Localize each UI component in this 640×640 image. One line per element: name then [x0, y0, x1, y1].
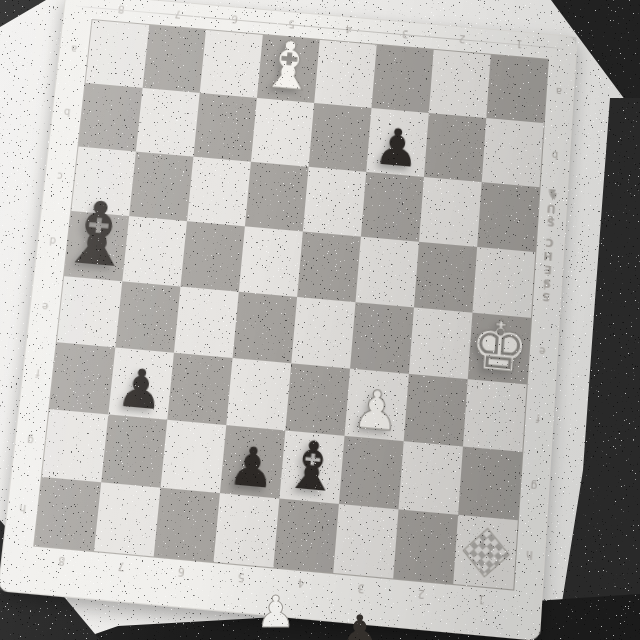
square-a1 [486, 55, 548, 123]
brand-text-container: USCHESS [541, 201, 557, 303]
square-f2 [404, 374, 468, 447]
offboard-black-pawn: ♟ [341, 610, 379, 640]
square-d4 [297, 231, 361, 302]
square-c2 [419, 177, 482, 247]
rank-label-5: 5 [211, 568, 272, 586]
square-e4 [291, 297, 355, 369]
square-e3 [350, 302, 414, 374]
black-bishop-d8: ♝ [55, 188, 141, 282]
square-f8 [49, 342, 115, 414]
square-b7 [136, 88, 200, 157]
square-f3: ♟ [345, 369, 409, 442]
square-b5 [251, 98, 314, 167]
square-g5: ♟ [220, 425, 285, 498]
square-b8 [78, 83, 142, 152]
chess-board-grid: ♝♟♝♚♟♟♟♝ [33, 19, 549, 591]
square-g8 [42, 409, 108, 482]
square-d3 [356, 237, 419, 308]
square-e1: ♚ [468, 313, 531, 385]
brand-char: E [542, 262, 552, 276]
black-pawn-f7: ♟ [115, 361, 167, 418]
square-h3 [333, 504, 398, 579]
square-c3 [361, 172, 424, 242]
square-a5: ♝ [257, 35, 320, 103]
square-g4: ♝ [279, 430, 344, 503]
square-a6 [200, 30, 263, 98]
square-e5 [233, 292, 298, 364]
square-h6 [154, 488, 220, 562]
square-h4 [273, 499, 339, 573]
offboard-white-pawn: ♟ [256, 590, 295, 634]
rank-label-2: 2 [391, 585, 452, 603]
square-b6 [193, 93, 257, 162]
black-bishop-g4: ♝ [280, 431, 344, 503]
square-d8: ♝ [64, 211, 129, 281]
square-c5 [245, 162, 309, 232]
checkered-diamond-logo [462, 527, 510, 577]
square-a7 [143, 25, 206, 93]
square-d5 [239, 226, 303, 297]
square-f6 [167, 353, 232, 425]
square-a4 [314, 40, 377, 108]
rank-label-1: 1 [451, 590, 512, 608]
square-f7: ♟ [108, 347, 174, 419]
square-g6 [161, 420, 227, 493]
square-f5 [226, 358, 291, 430]
square-h5 [213, 493, 279, 567]
square-b2 [424, 113, 486, 182]
rank-label-8: 8 [31, 552, 92, 570]
square-e7 [115, 281, 180, 352]
square-h8 [34, 477, 101, 551]
square-c6 [187, 157, 251, 227]
square-h1 [453, 515, 518, 590]
square-g2 [398, 441, 462, 515]
square-a2 [429, 50, 491, 118]
black-pawn-g5: ♟ [226, 439, 278, 497]
square-b1 [482, 118, 544, 187]
square-e6 [174, 287, 239, 358]
rank-label-6: 6 [151, 563, 212, 581]
square-h7 [94, 482, 161, 556]
square-d6 [181, 221, 245, 292]
square-g1 [458, 447, 522, 521]
square-b3: ♟ [366, 108, 429, 177]
rank-label-3: 3 [331, 579, 392, 597]
chess-mat: 87654321 87654321 abcdefgh abcdefgh ♞ US… [0, 0, 578, 640]
brand-char: U [546, 201, 556, 215]
square-b4 [309, 103, 372, 172]
knight-logo-icon: ♞ [546, 187, 560, 202]
square-g7 [101, 414, 167, 487]
brand-char: S [542, 276, 552, 290]
square-c4 [303, 167, 366, 237]
square-c1 [477, 182, 539, 252]
white-pawn-f3: ♟ [351, 382, 402, 440]
square-g3 [339, 436, 404, 510]
square-h2 [393, 509, 458, 584]
black-pawn-b3: ♟ [372, 121, 421, 176]
rank-label-7: 7 [91, 557, 152, 575]
brand-char: S [541, 289, 551, 303]
brand-char: C [544, 235, 554, 249]
square-a3 [371, 45, 433, 113]
brand-char: S [546, 215, 556, 229]
square-e2 [409, 307, 473, 379]
brand-char: H [543, 249, 553, 263]
square-d2 [414, 242, 477, 313]
white-king-e1: ♚ [468, 311, 532, 384]
square-a8 [86, 20, 150, 88]
photo-stage: 87654321 87654321 abcdefgh abcdefgh ♞ US… [0, 0, 640, 640]
square-f1 [463, 379, 527, 452]
white-bishop-a5: ♝ [256, 31, 321, 102]
